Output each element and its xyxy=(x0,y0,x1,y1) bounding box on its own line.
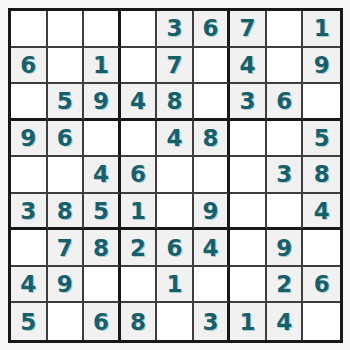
cell-r3c2: 5 xyxy=(48,84,85,121)
cell-r1c1[interactable] xyxy=(11,11,48,48)
cell-r7c1[interactable] xyxy=(11,230,48,267)
cell-r4c9: 5 xyxy=(303,121,340,158)
cell-r5c5[interactable] xyxy=(157,157,194,194)
cell-r1c6: 6 xyxy=(194,11,231,48)
cell-r4c4[interactable] xyxy=(121,121,158,158)
cell-r1c4[interactable] xyxy=(121,11,158,48)
cell-r5c1[interactable] xyxy=(11,157,48,194)
cell-r2c9: 9 xyxy=(303,48,340,85)
cell-r7c7[interactable] xyxy=(230,230,267,267)
cell-r8c9: 6 xyxy=(303,267,340,304)
cell-r5c6[interactable] xyxy=(194,157,231,194)
cell-r6c7[interactable] xyxy=(230,194,267,231)
cell-r4c5: 4 xyxy=(157,121,194,158)
cell-r9c8: 4 xyxy=(267,303,304,340)
cell-r5c2[interactable] xyxy=(48,157,85,194)
cell-r5c4: 6 xyxy=(121,157,158,194)
cell-r2c5: 7 xyxy=(157,48,194,85)
cell-r3c6[interactable] xyxy=(194,84,231,121)
cell-r9c3: 6 xyxy=(84,303,121,340)
cell-r2c6[interactable] xyxy=(194,48,231,85)
cell-r7c2: 7 xyxy=(48,230,85,267)
cell-r7c8: 9 xyxy=(267,230,304,267)
cell-r9c2[interactable] xyxy=(48,303,85,340)
cell-r9c1: 5 xyxy=(11,303,48,340)
cell-r3c5: 8 xyxy=(157,84,194,121)
cell-r4c7[interactable] xyxy=(230,121,267,158)
cell-r5c8: 3 xyxy=(267,157,304,194)
cell-r6c2: 8 xyxy=(48,194,85,231)
cell-r8c1: 4 xyxy=(11,267,48,304)
cell-r6c3: 5 xyxy=(84,194,121,231)
cell-r1c3[interactable] xyxy=(84,11,121,48)
cell-r8c6[interactable] xyxy=(194,267,231,304)
cell-r2c8[interactable] xyxy=(267,48,304,85)
cell-r8c5: 1 xyxy=(157,267,194,304)
cell-r2c3: 1 xyxy=(84,48,121,85)
cell-r7c5: 6 xyxy=(157,230,194,267)
cell-r1c8[interactable] xyxy=(267,11,304,48)
cell-r4c3[interactable] xyxy=(84,121,121,158)
cell-r2c1: 6 xyxy=(11,48,48,85)
cell-r4c6: 8 xyxy=(194,121,231,158)
cell-r3c9[interactable] xyxy=(303,84,340,121)
cell-r9c6: 3 xyxy=(194,303,231,340)
cell-r4c1: 9 xyxy=(11,121,48,158)
cell-r3c4: 4 xyxy=(121,84,158,121)
cell-r7c3: 8 xyxy=(84,230,121,267)
cell-r5c3: 4 xyxy=(84,157,121,194)
cell-r1c2[interactable] xyxy=(48,11,85,48)
cell-r8c4[interactable] xyxy=(121,267,158,304)
cell-r4c2: 6 xyxy=(48,121,85,158)
cell-r9c9[interactable] xyxy=(303,303,340,340)
cell-r3c3: 9 xyxy=(84,84,121,121)
cell-r3c8: 6 xyxy=(267,84,304,121)
cell-r7c6: 4 xyxy=(194,230,231,267)
cell-r1c5: 3 xyxy=(157,11,194,48)
cell-r2c7: 4 xyxy=(230,48,267,85)
cell-r9c7: 1 xyxy=(230,303,267,340)
cell-r4c8[interactable] xyxy=(267,121,304,158)
cell-r8c3[interactable] xyxy=(84,267,121,304)
cell-r8c8: 2 xyxy=(267,267,304,304)
cell-r6c5[interactable] xyxy=(157,194,194,231)
cell-r2c4[interactable] xyxy=(121,48,158,85)
cell-r2c2[interactable] xyxy=(48,48,85,85)
sudoku-page: 3671617495948369648546383851947826494912… xyxy=(0,0,350,350)
sudoku-board: 3671617495948369648546383851947826494912… xyxy=(8,8,343,343)
cell-r9c4: 8 xyxy=(121,303,158,340)
cell-r6c1: 3 xyxy=(11,194,48,231)
cell-r3c7: 3 xyxy=(230,84,267,121)
cell-r3c1[interactable] xyxy=(11,84,48,121)
cell-r5c9: 8 xyxy=(303,157,340,194)
cell-r8c2: 9 xyxy=(48,267,85,304)
cell-r6c6: 9 xyxy=(194,194,231,231)
cell-r8c7[interactable] xyxy=(230,267,267,304)
cell-r1c7: 7 xyxy=(230,11,267,48)
cell-r5c7[interactable] xyxy=(230,157,267,194)
cell-r6c8[interactable] xyxy=(267,194,304,231)
cell-r6c4: 1 xyxy=(121,194,158,231)
cell-r7c4: 2 xyxy=(121,230,158,267)
cell-r7c9[interactable] xyxy=(303,230,340,267)
cell-r6c9: 4 xyxy=(303,194,340,231)
cell-r9c5[interactable] xyxy=(157,303,194,340)
cell-r1c9: 1 xyxy=(303,11,340,48)
